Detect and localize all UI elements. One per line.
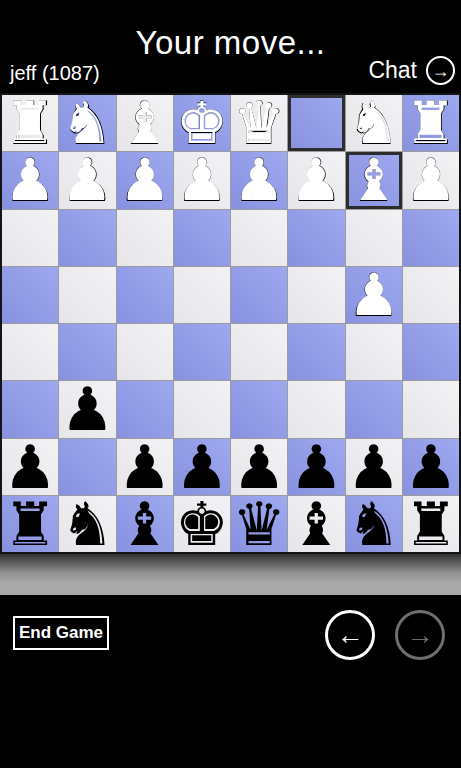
chat-button[interactable]: Chat →	[368, 56, 455, 85]
black-knight: ♞	[60, 496, 114, 552]
square-d7[interactable]: ♟	[231, 439, 287, 495]
square-h7[interactable]: ♟	[2, 439, 58, 495]
square-a8[interactable]: ♜	[403, 496, 459, 552]
square-d8[interactable]: ♛	[231, 496, 287, 552]
square-f3[interactable]	[117, 210, 173, 266]
square-f5[interactable]	[117, 324, 173, 380]
black-pawn: ♟	[232, 439, 286, 495]
back-arrow-icon: ←	[337, 622, 364, 649]
end-game-button[interactable]: End Game	[13, 616, 109, 650]
white-pawn: ♟♙	[3, 152, 57, 208]
white-rook: ♜♖	[3, 95, 57, 151]
square-h1[interactable]: ♜♖	[2, 95, 58, 151]
black-pawn: ♟	[175, 439, 229, 495]
square-a4[interactable]	[403, 267, 459, 323]
square-a5[interactable]	[403, 324, 459, 380]
black-pawn: ♟	[289, 439, 343, 495]
square-f6[interactable]	[117, 381, 173, 437]
square-h8[interactable]: ♜	[2, 496, 58, 552]
white-knight: ♞♘	[347, 95, 401, 151]
white-rook: ♜♖	[404, 95, 458, 151]
square-g5[interactable]	[59, 324, 115, 380]
white-pawn: ♟♙	[175, 152, 229, 208]
black-rook: ♜	[3, 496, 57, 552]
square-e2[interactable]: ♟♙	[174, 152, 230, 208]
square-g3[interactable]	[59, 210, 115, 266]
black-pawn: ♟	[60, 381, 114, 437]
square-b1[interactable]: ♞♘	[346, 95, 402, 151]
square-d3[interactable]	[231, 210, 287, 266]
square-e6[interactable]	[174, 381, 230, 437]
chat-label: Chat	[368, 57, 417, 84]
square-h2[interactable]: ♟♙	[2, 152, 58, 208]
black-queen: ♛	[232, 496, 286, 552]
square-c1[interactable]	[288, 95, 344, 151]
black-pawn: ♟	[347, 439, 401, 495]
square-h5[interactable]	[2, 324, 58, 380]
square-h3[interactable]	[2, 210, 58, 266]
black-bishop: ♝	[118, 496, 172, 552]
square-g1[interactable]: ♞♘	[59, 95, 115, 151]
square-a2[interactable]: ♟♙	[403, 152, 459, 208]
square-e8[interactable]: ♚	[174, 496, 230, 552]
square-b4[interactable]: ♟♙	[346, 267, 402, 323]
square-h4[interactable]	[2, 267, 58, 323]
square-a6[interactable]	[403, 381, 459, 437]
white-pawn: ♟♙	[404, 152, 458, 208]
white-pawn: ♟♙	[60, 152, 114, 208]
square-a1[interactable]: ♜♖	[403, 95, 459, 151]
white-pawn: ♟♙	[347, 267, 401, 323]
square-g7[interactable]	[59, 439, 115, 495]
square-h6[interactable]	[2, 381, 58, 437]
square-b6[interactable]	[346, 381, 402, 437]
black-rook: ♜	[404, 496, 458, 552]
black-pawn: ♟	[404, 439, 458, 495]
square-f7[interactable]: ♟	[117, 439, 173, 495]
square-a3[interactable]	[403, 210, 459, 266]
square-c6[interactable]	[288, 381, 344, 437]
opponent-name: jeff (1087)	[10, 62, 100, 85]
black-pawn: ♟	[3, 439, 57, 495]
white-pawn: ♟♙	[232, 152, 286, 208]
square-e7[interactable]: ♟	[174, 439, 230, 495]
square-a7[interactable]: ♟	[403, 439, 459, 495]
square-d6[interactable]	[231, 381, 287, 437]
square-d1[interactable]: ♛♕	[231, 95, 287, 151]
square-b3[interactable]	[346, 210, 402, 266]
white-queen: ♛♕	[232, 95, 286, 151]
black-pawn: ♟	[118, 439, 172, 495]
square-g6[interactable]: ♟	[59, 381, 115, 437]
white-pawn: ♟♙	[118, 152, 172, 208]
square-d4[interactable]	[231, 267, 287, 323]
square-g8[interactable]: ♞	[59, 496, 115, 552]
white-bishop: ♝♗	[118, 95, 172, 151]
square-b8[interactable]: ♞	[346, 496, 402, 552]
square-c5[interactable]	[288, 324, 344, 380]
square-c8[interactable]: ♝	[288, 496, 344, 552]
board-shadow-bar	[0, 554, 461, 595]
back-button[interactable]: ←	[325, 610, 375, 660]
square-f1[interactable]: ♝♗	[117, 95, 173, 151]
square-c4[interactable]	[288, 267, 344, 323]
square-e3[interactable]	[174, 210, 230, 266]
square-f8[interactable]: ♝	[117, 496, 173, 552]
black-knight: ♞	[347, 496, 401, 552]
square-b7[interactable]: ♟	[346, 439, 402, 495]
square-c2[interactable]: ♟♙	[288, 152, 344, 208]
square-e4[interactable]	[174, 267, 230, 323]
square-d2[interactable]: ♟♙	[231, 152, 287, 208]
black-king: ♚	[175, 496, 229, 552]
chat-arrow-icon: →	[426, 56, 455, 85]
forward-button[interactable]: →	[395, 610, 445, 660]
square-c7[interactable]: ♟	[288, 439, 344, 495]
square-f4[interactable]	[117, 267, 173, 323]
white-bishop: ♝♗	[347, 152, 401, 208]
white-king: ♚♔	[175, 95, 229, 151]
square-e5[interactable]	[174, 324, 230, 380]
white-knight: ♞♘	[60, 95, 114, 151]
chess-board[interactable]: ♜♖♞♘♝♗♚♔♛♕♞♘♜♖♟♙♟♙♟♙♟♙♟♙♟♙♝♗♟♙♟♙♟♟♟♟♟♟♟♟…	[0, 93, 461, 554]
square-g2[interactable]: ♟♙	[59, 152, 115, 208]
black-bishop: ♝	[289, 496, 343, 552]
forward-arrow-icon: →	[407, 622, 434, 649]
square-b5[interactable]	[346, 324, 402, 380]
square-b2[interactable]: ♝♗	[346, 152, 402, 208]
square-g4[interactable]	[59, 267, 115, 323]
square-e1[interactable]: ♚♔	[174, 95, 230, 151]
white-pawn: ♟♙	[289, 152, 343, 208]
square-f2[interactable]: ♟♙	[117, 152, 173, 208]
square-d5[interactable]	[231, 324, 287, 380]
square-c3[interactable]	[288, 210, 344, 266]
